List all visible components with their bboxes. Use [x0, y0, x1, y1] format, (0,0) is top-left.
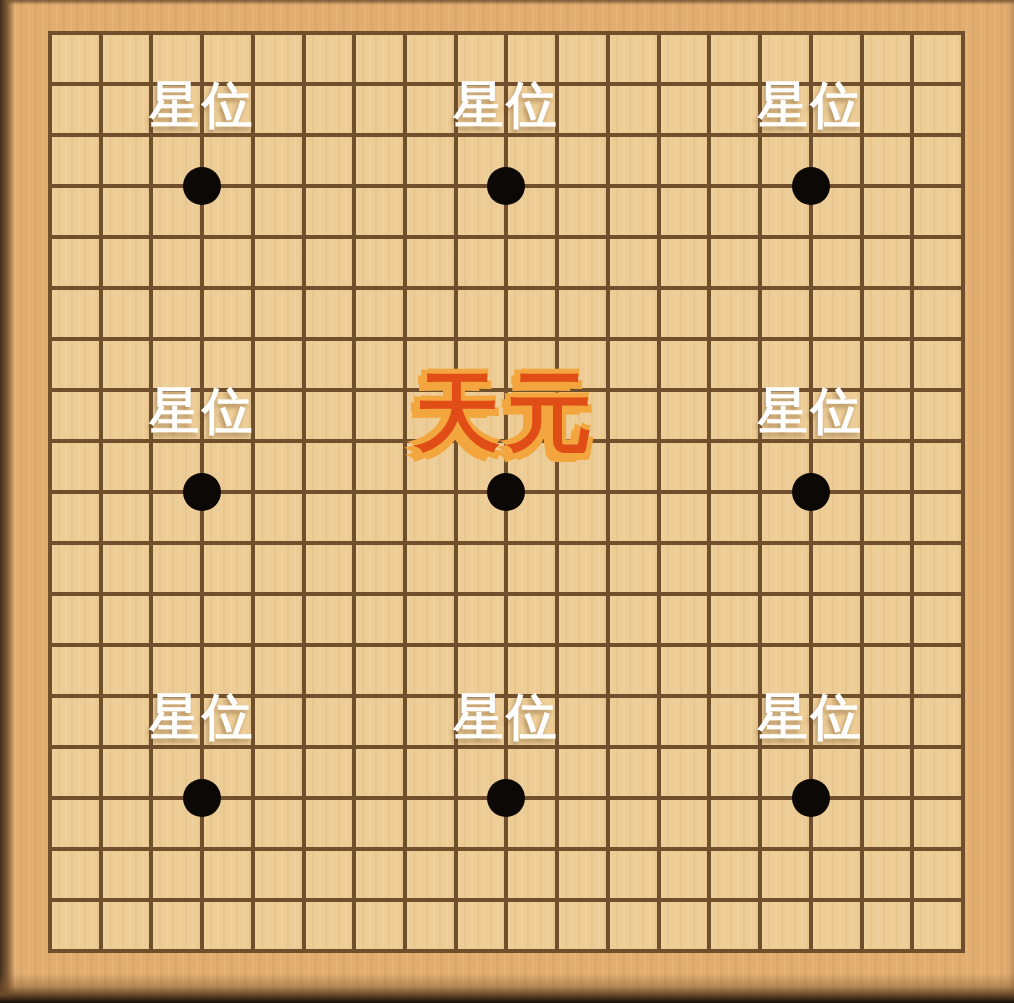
board-cell[interactable]: [661, 647, 708, 694]
board-cell[interactable]: [407, 851, 454, 898]
board-cell[interactable]: [610, 239, 657, 286]
board-cell[interactable]: [306, 749, 353, 796]
board-cell[interactable]: [661, 290, 708, 337]
board-cell[interactable]: [661, 800, 708, 847]
board-cell[interactable]: [762, 494, 809, 541]
board-cell[interactable]: [306, 239, 353, 286]
board-cell[interactable]: [914, 392, 961, 439]
board-cell[interactable]: [356, 239, 403, 286]
board-cell[interactable]: [864, 494, 911, 541]
board-cell[interactable]: [52, 290, 99, 337]
board-cell[interactable]: [306, 596, 353, 643]
board-cell[interactable]: [661, 902, 708, 949]
board-cell[interactable]: [407, 596, 454, 643]
board-cell[interactable]: [559, 698, 606, 745]
go-board-grid[interactable]: [48, 31, 965, 953]
board-cell[interactable]: [407, 137, 454, 184]
board-cell[interactable]: [306, 443, 353, 490]
board-cell[interactable]: [762, 392, 809, 439]
board-cell[interactable]: [559, 545, 606, 592]
board-cell[interactable]: [711, 545, 758, 592]
board-cell[interactable]: [661, 545, 708, 592]
board-cell[interactable]: [610, 86, 657, 133]
board-cell[interactable]: [407, 290, 454, 337]
board-cell[interactable]: [407, 698, 454, 745]
board-cell[interactable]: [661, 494, 708, 541]
board-cell[interactable]: [914, 494, 961, 541]
board-cell[interactable]: [762, 443, 809, 490]
board-cell[interactable]: [610, 647, 657, 694]
board-cell[interactable]: [711, 188, 758, 235]
board-cell[interactable]: [103, 800, 150, 847]
board-cell[interactable]: [813, 137, 860, 184]
board-cell[interactable]: [52, 902, 99, 949]
board-cell[interactable]: [407, 35, 454, 82]
board-cell[interactable]: [914, 647, 961, 694]
board-cell[interactable]: [864, 851, 911, 898]
board-cell[interactable]: [762, 545, 809, 592]
board-cell[interactable]: [356, 188, 403, 235]
board-cell[interactable]: [255, 290, 302, 337]
board-cell[interactable]: [914, 137, 961, 184]
board-cell[interactable]: [153, 545, 200, 592]
board-cell[interactable]: [103, 902, 150, 949]
board-cell[interactable]: [407, 902, 454, 949]
board-cell[interactable]: [204, 800, 251, 847]
board-cell[interactable]: [458, 188, 505, 235]
board-cell[interactable]: [864, 239, 911, 286]
board-cell[interactable]: [508, 341, 555, 388]
board-cell[interactable]: [103, 851, 150, 898]
board-cell[interactable]: [103, 749, 150, 796]
board-cell[interactable]: [559, 188, 606, 235]
board-cell[interactable]: [661, 341, 708, 388]
board-cell[interactable]: [153, 902, 200, 949]
board-cell[interactable]: [508, 188, 555, 235]
board-cell[interactable]: [204, 341, 251, 388]
board-cell[interactable]: [356, 851, 403, 898]
board-cell[interactable]: [407, 545, 454, 592]
board-cell[interactable]: [356, 800, 403, 847]
board-cell[interactable]: [914, 188, 961, 235]
board-cell[interactable]: [458, 239, 505, 286]
board-cell[interactable]: [204, 290, 251, 337]
board-cell[interactable]: [255, 800, 302, 847]
board-cell[interactable]: [52, 137, 99, 184]
board-cell[interactable]: [762, 698, 809, 745]
board-cell[interactable]: [153, 86, 200, 133]
board-cell[interactable]: [813, 86, 860, 133]
board-cell[interactable]: [914, 341, 961, 388]
board-cell[interactable]: [103, 188, 150, 235]
board-cell[interactable]: [356, 35, 403, 82]
board-cell[interactable]: [610, 800, 657, 847]
board-cell[interactable]: [508, 851, 555, 898]
board-cell[interactable]: [204, 443, 251, 490]
board-cell[interactable]: [508, 35, 555, 82]
board-cell[interactable]: [661, 86, 708, 133]
board-cell[interactable]: [52, 494, 99, 541]
board-cell[interactable]: [508, 290, 555, 337]
board-cell[interactable]: [153, 137, 200, 184]
board-cell[interactable]: [458, 341, 505, 388]
board-cell[interactable]: [610, 545, 657, 592]
board-cell[interactable]: [458, 443, 505, 490]
board-cell[interactable]: [813, 851, 860, 898]
board-cell[interactable]: [356, 137, 403, 184]
board-cell[interactable]: [864, 392, 911, 439]
board-cell[interactable]: [610, 749, 657, 796]
board-cell[interactable]: [914, 749, 961, 796]
board-cell[interactable]: [559, 137, 606, 184]
board-cell[interactable]: [458, 596, 505, 643]
board-cell[interactable]: [458, 86, 505, 133]
board-cell[interactable]: [103, 494, 150, 541]
board-cell[interactable]: [356, 902, 403, 949]
board-cell[interactable]: [52, 800, 99, 847]
board-cell[interactable]: [762, 137, 809, 184]
board-cell[interactable]: [508, 800, 555, 847]
board-cell[interactable]: [711, 596, 758, 643]
board-cell[interactable]: [255, 902, 302, 949]
board-cell[interactable]: [407, 443, 454, 490]
board-cell[interactable]: [864, 800, 911, 847]
board-cell[interactable]: [711, 443, 758, 490]
board-cell[interactable]: [610, 137, 657, 184]
board-cell[interactable]: [306, 800, 353, 847]
board-cell[interactable]: [306, 341, 353, 388]
board-cell[interactable]: [306, 698, 353, 745]
board-cell[interactable]: [864, 596, 911, 643]
board-cell[interactable]: [458, 800, 505, 847]
board-cell[interactable]: [153, 290, 200, 337]
board-cell[interactable]: [407, 800, 454, 847]
board-cell[interactable]: [153, 494, 200, 541]
board-cell[interactable]: [508, 698, 555, 745]
board-cell[interactable]: [661, 443, 708, 490]
board-cell[interactable]: [914, 800, 961, 847]
board-cell[interactable]: [103, 239, 150, 286]
board-cell[interactable]: [458, 392, 505, 439]
board-cell[interactable]: [204, 647, 251, 694]
board-cell[interactable]: [610, 35, 657, 82]
board-cell[interactable]: [153, 698, 200, 745]
board-cell[interactable]: [255, 137, 302, 184]
board-cell[interactable]: [610, 392, 657, 439]
board-cell[interactable]: [661, 137, 708, 184]
board-cell[interactable]: [153, 443, 200, 490]
board-cell[interactable]: [559, 596, 606, 643]
board-cell[interactable]: [864, 137, 911, 184]
board-cell[interactable]: [508, 239, 555, 286]
board-cell[interactable]: [813, 494, 860, 541]
board-cell[interactable]: [711, 290, 758, 337]
board-cell[interactable]: [610, 341, 657, 388]
board-cell[interactable]: [407, 341, 454, 388]
board-cell[interactable]: [864, 902, 911, 949]
board-cell[interactable]: [914, 545, 961, 592]
board-cell[interactable]: [661, 698, 708, 745]
board-cell[interactable]: [356, 86, 403, 133]
board-cell[interactable]: [458, 851, 505, 898]
board-cell[interactable]: [813, 902, 860, 949]
board-cell[interactable]: [813, 698, 860, 745]
board-cell[interactable]: [255, 188, 302, 235]
board-cell[interactable]: [52, 698, 99, 745]
board-cell[interactable]: [458, 647, 505, 694]
board-cell[interactable]: [356, 596, 403, 643]
board-cell[interactable]: [559, 647, 606, 694]
board-cell[interactable]: [407, 647, 454, 694]
board-cell[interactable]: [762, 290, 809, 337]
board-cell[interactable]: [306, 494, 353, 541]
board-cell[interactable]: [711, 137, 758, 184]
board-cell[interactable]: [711, 800, 758, 847]
board-cell[interactable]: [306, 188, 353, 235]
board-cell[interactable]: [559, 902, 606, 949]
board-cell[interactable]: [864, 698, 911, 745]
board-cell[interactable]: [356, 698, 403, 745]
board-cell[interactable]: [914, 290, 961, 337]
board-cell[interactable]: [864, 290, 911, 337]
board-cell[interactable]: [762, 800, 809, 847]
board-cell[interactable]: [508, 86, 555, 133]
board-cell[interactable]: [711, 902, 758, 949]
board-cell[interactable]: [204, 749, 251, 796]
board-cell[interactable]: [711, 86, 758, 133]
board-cell[interactable]: [661, 596, 708, 643]
board-cell[interactable]: [458, 902, 505, 949]
board-cell[interactable]: [610, 494, 657, 541]
board-cell[interactable]: [103, 341, 150, 388]
board-cell[interactable]: [103, 545, 150, 592]
board-cell[interactable]: [914, 851, 961, 898]
board-cell[interactable]: [864, 545, 911, 592]
board-cell[interactable]: [661, 35, 708, 82]
board-cell[interactable]: [52, 392, 99, 439]
board-cell[interactable]: [103, 698, 150, 745]
board-cell[interactable]: [356, 494, 403, 541]
board-cell[interactable]: [103, 137, 150, 184]
board-cell[interactable]: [458, 290, 505, 337]
board-cell[interactable]: [508, 545, 555, 592]
board-cell[interactable]: [356, 647, 403, 694]
board-cell[interactable]: [52, 341, 99, 388]
board-cell[interactable]: [864, 188, 911, 235]
board-cell[interactable]: [52, 188, 99, 235]
board-cell[interactable]: [661, 392, 708, 439]
board-cell[interactable]: [52, 239, 99, 286]
board-cell[interactable]: [153, 392, 200, 439]
board-cell[interactable]: [661, 239, 708, 286]
board-cell[interactable]: [52, 545, 99, 592]
board-cell[interactable]: [559, 86, 606, 133]
board-cell[interactable]: [407, 494, 454, 541]
board-cell[interactable]: [914, 86, 961, 133]
board-cell[interactable]: [52, 851, 99, 898]
board-cell[interactable]: [306, 545, 353, 592]
board-cell[interactable]: [813, 290, 860, 337]
board-cell[interactable]: [508, 137, 555, 184]
board-cell[interactable]: [306, 392, 353, 439]
board-cell[interactable]: [508, 392, 555, 439]
board-cell[interactable]: [407, 86, 454, 133]
board-cell[interactable]: [153, 800, 200, 847]
board-cell[interactable]: [204, 545, 251, 592]
board-cell[interactable]: [204, 86, 251, 133]
board-cell[interactable]: [407, 188, 454, 235]
board-cell[interactable]: [914, 239, 961, 286]
board-cell[interactable]: [711, 239, 758, 286]
board-cell[interactable]: [813, 188, 860, 235]
board-cell[interactable]: [914, 35, 961, 82]
board-cell[interactable]: [255, 239, 302, 286]
board-cell[interactable]: [914, 443, 961, 490]
board-cell[interactable]: [52, 749, 99, 796]
board-cell[interactable]: [204, 596, 251, 643]
board-cell[interactable]: [610, 596, 657, 643]
board-cell[interactable]: [255, 647, 302, 694]
board-cell[interactable]: [103, 86, 150, 133]
board-cell[interactable]: [356, 443, 403, 490]
board-cell[interactable]: [255, 392, 302, 439]
board-cell[interactable]: [864, 749, 911, 796]
board-cell[interactable]: [153, 341, 200, 388]
board-cell[interactable]: [661, 851, 708, 898]
board-cell[interactable]: [864, 86, 911, 133]
board-cell[interactable]: [559, 392, 606, 439]
board-cell[interactable]: [711, 35, 758, 82]
board-cell[interactable]: [255, 698, 302, 745]
board-cell[interactable]: [204, 35, 251, 82]
board-cell[interactable]: [458, 35, 505, 82]
board-cell[interactable]: [153, 851, 200, 898]
board-cell[interactable]: [356, 341, 403, 388]
board-cell[interactable]: [204, 902, 251, 949]
board-cell[interactable]: [204, 392, 251, 439]
board-cell[interactable]: [610, 851, 657, 898]
board-cell[interactable]: [762, 851, 809, 898]
board-cell[interactable]: [458, 698, 505, 745]
board-cell[interactable]: [661, 188, 708, 235]
board-cell[interactable]: [255, 494, 302, 541]
board-cell[interactable]: [458, 494, 505, 541]
board-cell[interactable]: [255, 86, 302, 133]
board-cell[interactable]: [407, 392, 454, 439]
board-cell[interactable]: [103, 290, 150, 337]
board-cell[interactable]: [711, 341, 758, 388]
board-cell[interactable]: [204, 239, 251, 286]
board-cell[interactable]: [52, 86, 99, 133]
board-cell[interactable]: [711, 851, 758, 898]
board-cell[interactable]: [255, 596, 302, 643]
board-cell[interactable]: [508, 749, 555, 796]
board-cell[interactable]: [559, 290, 606, 337]
board-cell[interactable]: [813, 341, 860, 388]
board-cell[interactable]: [52, 443, 99, 490]
board-cell[interactable]: [813, 596, 860, 643]
board-cell[interactable]: [762, 239, 809, 286]
board-cell[interactable]: [204, 698, 251, 745]
board-cell[interactable]: [255, 749, 302, 796]
board-cell[interactable]: [864, 647, 911, 694]
board-cell[interactable]: [255, 35, 302, 82]
board-cell[interactable]: [813, 239, 860, 286]
board-cell[interactable]: [813, 545, 860, 592]
board-cell[interactable]: [813, 35, 860, 82]
board-cell[interactable]: [711, 698, 758, 745]
board-cell[interactable]: [204, 851, 251, 898]
board-cell[interactable]: [306, 647, 353, 694]
board-cell[interactable]: [559, 341, 606, 388]
board-cell[interactable]: [508, 647, 555, 694]
board-cell[interactable]: [711, 647, 758, 694]
board-cell[interactable]: [306, 851, 353, 898]
board-cell[interactable]: [458, 137, 505, 184]
board-cell[interactable]: [306, 35, 353, 82]
board-cell[interactable]: [103, 35, 150, 82]
board-cell[interactable]: [306, 902, 353, 949]
board-cell[interactable]: [559, 749, 606, 796]
board-cell[interactable]: [356, 392, 403, 439]
board-cell[interactable]: [864, 35, 911, 82]
board-cell[interactable]: [813, 749, 860, 796]
board-cell[interactable]: [762, 86, 809, 133]
board-cell[interactable]: [559, 494, 606, 541]
board-cell[interactable]: [52, 35, 99, 82]
board-cell[interactable]: [813, 800, 860, 847]
board-cell[interactable]: [762, 596, 809, 643]
board-cell[interactable]: [610, 902, 657, 949]
board-cell[interactable]: [508, 902, 555, 949]
board-cell[interactable]: [153, 188, 200, 235]
board-cell[interactable]: [559, 35, 606, 82]
board-cell[interactable]: [153, 239, 200, 286]
board-cell[interactable]: [610, 698, 657, 745]
board-cell[interactable]: [711, 392, 758, 439]
board-cell[interactable]: [914, 902, 961, 949]
board-cell[interactable]: [458, 545, 505, 592]
board-cell[interactable]: [204, 494, 251, 541]
board-cell[interactable]: [762, 35, 809, 82]
board-cell[interactable]: [610, 290, 657, 337]
board-cell[interactable]: [864, 341, 911, 388]
board-cell[interactable]: [255, 851, 302, 898]
board-cell[interactable]: [559, 851, 606, 898]
board-cell[interactable]: [458, 749, 505, 796]
board-cell[interactable]: [103, 443, 150, 490]
board-cell[interactable]: [661, 749, 708, 796]
board-cell[interactable]: [356, 545, 403, 592]
board-cell[interactable]: [255, 545, 302, 592]
board-cell[interactable]: [864, 443, 911, 490]
board-cell[interactable]: [103, 647, 150, 694]
board-cell[interactable]: [559, 239, 606, 286]
board-cell[interactable]: [559, 800, 606, 847]
board-cell[interactable]: [762, 647, 809, 694]
board-cell[interactable]: [407, 749, 454, 796]
board-cell[interactable]: [610, 443, 657, 490]
board-cell[interactable]: [52, 647, 99, 694]
board-cell[interactable]: [356, 749, 403, 796]
board-cell[interactable]: [508, 596, 555, 643]
board-cell[interactable]: [306, 137, 353, 184]
board-cell[interactable]: [52, 596, 99, 643]
board-cell[interactable]: [204, 137, 251, 184]
board-cell[interactable]: [762, 341, 809, 388]
board-cell[interactable]: [407, 239, 454, 286]
board-cell[interactable]: [914, 596, 961, 643]
